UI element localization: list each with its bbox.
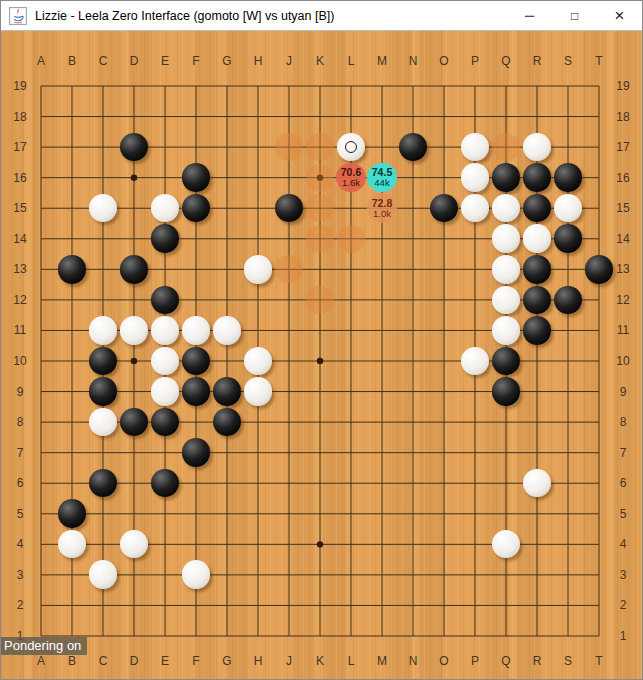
intersection-T14[interactable] xyxy=(584,223,615,254)
intersection-G17[interactable] xyxy=(212,132,243,163)
intersection-L11[interactable] xyxy=(336,315,367,346)
intersection-C14[interactable] xyxy=(88,223,119,254)
intersection-J10[interactable] xyxy=(274,346,305,377)
intersection-L18[interactable] xyxy=(336,101,367,132)
intersection-B4[interactable] xyxy=(57,529,88,560)
intersection-E6[interactable] xyxy=(150,468,181,499)
intersection-M13[interactable] xyxy=(367,254,398,285)
intersection-D12[interactable] xyxy=(119,285,150,316)
intersection-B19[interactable] xyxy=(57,71,88,102)
intersection-S10[interactable] xyxy=(553,346,584,377)
intersection-Q4[interactable] xyxy=(491,529,522,560)
intersection-D14[interactable] xyxy=(119,223,150,254)
intersection-K19[interactable] xyxy=(305,71,336,102)
intersection-R2[interactable] xyxy=(522,590,553,621)
intersection-A12[interactable] xyxy=(26,285,57,316)
intersection-A7[interactable] xyxy=(26,437,57,468)
intersection-F16[interactable] xyxy=(181,162,212,193)
intersection-J4[interactable] xyxy=(274,529,305,560)
intersection-K10[interactable] xyxy=(305,346,336,377)
close-button[interactable]: × xyxy=(597,1,642,30)
intersection-B15[interactable] xyxy=(57,193,88,224)
intersection-O12[interactable] xyxy=(429,285,460,316)
intersection-K14[interactable] xyxy=(305,223,336,254)
intersection-E19[interactable] xyxy=(150,71,181,102)
intersection-H13[interactable] xyxy=(243,254,274,285)
intersection-K11[interactable] xyxy=(305,315,336,346)
intersection-D7[interactable] xyxy=(119,437,150,468)
intersection-R10[interactable] xyxy=(522,346,553,377)
intersection-J14[interactable] xyxy=(274,223,305,254)
intersection-P2[interactable] xyxy=(460,590,491,621)
intersection-C19[interactable] xyxy=(88,71,119,102)
intersection-S9[interactable] xyxy=(553,376,584,407)
intersection-H1[interactable] xyxy=(243,621,274,652)
intersection-C6[interactable] xyxy=(88,468,119,499)
intersection-P11[interactable] xyxy=(460,315,491,346)
intersection-E7[interactable] xyxy=(150,437,181,468)
intersection-O8[interactable] xyxy=(429,407,460,438)
intersection-R17[interactable] xyxy=(522,132,553,163)
intersection-K15[interactable] xyxy=(305,193,336,224)
intersection-C15[interactable] xyxy=(88,193,119,224)
intersection-D1[interactable] xyxy=(119,621,150,652)
intersection-A15[interactable] xyxy=(26,193,57,224)
intersection-K2[interactable] xyxy=(305,590,336,621)
intersection-O5[interactable] xyxy=(429,498,460,529)
intersection-M14[interactable] xyxy=(367,223,398,254)
intersection-N14[interactable] xyxy=(398,223,429,254)
intersection-A8[interactable] xyxy=(26,407,57,438)
intersection-B11[interactable] xyxy=(57,315,88,346)
candidate-move-M15[interactable]: 72.81.0k xyxy=(367,193,397,223)
intersection-N5[interactable] xyxy=(398,498,429,529)
intersection-A4[interactable] xyxy=(26,529,57,560)
intersection-R6[interactable] xyxy=(522,468,553,499)
intersection-J5[interactable] xyxy=(274,498,305,529)
intersection-H10[interactable] xyxy=(243,346,274,377)
intersection-D18[interactable] xyxy=(119,101,150,132)
intersection-P1[interactable] xyxy=(460,621,491,652)
intersection-N17[interactable] xyxy=(398,132,429,163)
intersection-Q7[interactable] xyxy=(491,437,522,468)
intersection-E14[interactable] xyxy=(150,223,181,254)
intersection-T16[interactable] xyxy=(584,162,615,193)
intersection-K7[interactable] xyxy=(305,437,336,468)
intersection-R3[interactable] xyxy=(522,559,553,590)
intersection-R4[interactable] xyxy=(522,529,553,560)
intersection-C16[interactable] xyxy=(88,162,119,193)
intersection-O18[interactable] xyxy=(429,101,460,132)
intersection-D19[interactable] xyxy=(119,71,150,102)
intersection-F13[interactable] xyxy=(181,254,212,285)
intersection-T4[interactable] xyxy=(584,529,615,560)
intersection-J7[interactable] xyxy=(274,437,305,468)
intersection-D3[interactable] xyxy=(119,559,150,590)
intersection-D4[interactable] xyxy=(119,529,150,560)
intersection-L17[interactable] xyxy=(336,132,367,163)
intersection-F1[interactable] xyxy=(181,621,212,652)
intersection-L10[interactable] xyxy=(336,346,367,377)
intersection-L4[interactable] xyxy=(336,529,367,560)
intersection-M17[interactable] xyxy=(367,132,398,163)
intersection-G5[interactable] xyxy=(212,498,243,529)
intersection-G14[interactable] xyxy=(212,223,243,254)
intersection-H7[interactable] xyxy=(243,437,274,468)
intersection-E3[interactable] xyxy=(150,559,181,590)
intersection-O2[interactable] xyxy=(429,590,460,621)
intersection-K18[interactable] xyxy=(305,101,336,132)
intersection-E5[interactable] xyxy=(150,498,181,529)
intersection-A18[interactable] xyxy=(26,101,57,132)
intersection-E11[interactable] xyxy=(150,315,181,346)
intersection-Q2[interactable] xyxy=(491,590,522,621)
intersection-F3[interactable] xyxy=(181,559,212,590)
intersection-Q16[interactable] xyxy=(491,162,522,193)
intersection-J15[interactable] xyxy=(274,193,305,224)
intersection-P18[interactable] xyxy=(460,101,491,132)
intersection-T18[interactable] xyxy=(584,101,615,132)
intersection-B3[interactable] xyxy=(57,559,88,590)
intersection-S12[interactable] xyxy=(553,285,584,316)
intersection-L1[interactable] xyxy=(336,621,367,652)
intersection-R1[interactable] xyxy=(522,621,553,652)
intersection-S19[interactable] xyxy=(553,71,584,102)
intersection-G1[interactable] xyxy=(212,621,243,652)
intersection-Q14[interactable] xyxy=(491,223,522,254)
intersection-T7[interactable] xyxy=(584,437,615,468)
intersection-R13[interactable] xyxy=(522,254,553,285)
intersection-L13[interactable] xyxy=(336,254,367,285)
intersection-D13[interactable] xyxy=(119,254,150,285)
intersection-M10[interactable] xyxy=(367,346,398,377)
intersection-Q9[interactable] xyxy=(491,376,522,407)
intersection-H18[interactable] xyxy=(243,101,274,132)
intersection-C10[interactable] xyxy=(88,346,119,377)
intersection-S18[interactable] xyxy=(553,101,584,132)
intersection-A5[interactable] xyxy=(26,498,57,529)
intersection-P19[interactable] xyxy=(460,71,491,102)
intersection-J17[interactable] xyxy=(274,132,305,163)
intersection-S1[interactable] xyxy=(553,621,584,652)
intersection-S7[interactable] xyxy=(553,437,584,468)
intersection-O7[interactable] xyxy=(429,437,460,468)
intersection-N9[interactable] xyxy=(398,376,429,407)
intersection-A3[interactable] xyxy=(26,559,57,590)
intersection-N7[interactable] xyxy=(398,437,429,468)
intersection-P10[interactable] xyxy=(460,346,491,377)
intersection-P17[interactable] xyxy=(460,132,491,163)
intersection-G11[interactable] xyxy=(212,315,243,346)
intersection-M8[interactable] xyxy=(367,407,398,438)
intersection-F2[interactable] xyxy=(181,590,212,621)
intersection-M9[interactable] xyxy=(367,376,398,407)
intersection-K16[interactable] xyxy=(305,162,336,193)
intersection-D16[interactable] xyxy=(119,162,150,193)
intersection-T12[interactable] xyxy=(584,285,615,316)
intersection-T6[interactable] xyxy=(584,468,615,499)
intersection-K8[interactable] xyxy=(305,407,336,438)
intersection-L8[interactable] xyxy=(336,407,367,438)
intersection-O1[interactable] xyxy=(429,621,460,652)
intersection-G6[interactable] xyxy=(212,468,243,499)
intersection-J8[interactable] xyxy=(274,407,305,438)
intersection-G15[interactable] xyxy=(212,193,243,224)
intersection-G10[interactable] xyxy=(212,346,243,377)
intersection-A17[interactable] xyxy=(26,132,57,163)
intersection-T9[interactable] xyxy=(584,376,615,407)
intersection-M4[interactable] xyxy=(367,529,398,560)
intersection-D2[interactable] xyxy=(119,590,150,621)
intersection-D5[interactable] xyxy=(119,498,150,529)
intersection-T19[interactable] xyxy=(584,71,615,102)
intersection-M15[interactable]: 72.81.0k xyxy=(367,193,398,224)
intersection-O6[interactable] xyxy=(429,468,460,499)
intersection-E17[interactable] xyxy=(150,132,181,163)
intersection-J3[interactable] xyxy=(274,559,305,590)
intersection-Q10[interactable] xyxy=(491,346,522,377)
intersection-N15[interactable] xyxy=(398,193,429,224)
intersection-D9[interactable] xyxy=(119,376,150,407)
intersection-M12[interactable] xyxy=(367,285,398,316)
intersection-P8[interactable] xyxy=(460,407,491,438)
intersection-P9[interactable] xyxy=(460,376,491,407)
intersection-B2[interactable] xyxy=(57,590,88,621)
intersection-L14[interactable] xyxy=(336,223,367,254)
intersection-C13[interactable] xyxy=(88,254,119,285)
intersection-J11[interactable] xyxy=(274,315,305,346)
intersection-S5[interactable] xyxy=(553,498,584,529)
intersection-N16[interactable] xyxy=(398,162,429,193)
intersection-L6[interactable] xyxy=(336,468,367,499)
intersection-R9[interactable] xyxy=(522,376,553,407)
intersection-D11[interactable] xyxy=(119,315,150,346)
intersection-Q6[interactable] xyxy=(491,468,522,499)
intersection-T17[interactable] xyxy=(584,132,615,163)
intersection-F4[interactable] xyxy=(181,529,212,560)
intersection-A9[interactable] xyxy=(26,376,57,407)
intersection-B13[interactable] xyxy=(57,254,88,285)
intersection-S16[interactable] xyxy=(553,162,584,193)
intersection-F18[interactable] xyxy=(181,101,212,132)
intersection-L5[interactable] xyxy=(336,498,367,529)
intersection-S6[interactable] xyxy=(553,468,584,499)
intersection-P3[interactable] xyxy=(460,559,491,590)
intersection-K13[interactable] xyxy=(305,254,336,285)
intersection-K17[interactable] xyxy=(305,132,336,163)
intersection-F8[interactable] xyxy=(181,407,212,438)
intersection-N13[interactable] xyxy=(398,254,429,285)
intersection-S2[interactable] xyxy=(553,590,584,621)
intersection-Q3[interactable] xyxy=(491,559,522,590)
intersection-T13[interactable] xyxy=(584,254,615,285)
intersection-C3[interactable] xyxy=(88,559,119,590)
intersection-H4[interactable] xyxy=(243,529,274,560)
intersection-R11[interactable] xyxy=(522,315,553,346)
intersection-F15[interactable] xyxy=(181,193,212,224)
intersection-D10[interactable] xyxy=(119,346,150,377)
intersection-D17[interactable] xyxy=(119,132,150,163)
intersection-M19[interactable] xyxy=(367,71,398,102)
intersection-B9[interactable] xyxy=(57,376,88,407)
intersection-C17[interactable] xyxy=(88,132,119,163)
intersection-Q13[interactable] xyxy=(491,254,522,285)
intersection-F5[interactable] xyxy=(181,498,212,529)
intersection-A11[interactable] xyxy=(26,315,57,346)
intersection-J12[interactable] xyxy=(274,285,305,316)
intersection-Q5[interactable] xyxy=(491,498,522,529)
intersection-C4[interactable] xyxy=(88,529,119,560)
intersection-E1[interactable] xyxy=(150,621,181,652)
intersection-P6[interactable] xyxy=(460,468,491,499)
intersection-B10[interactable] xyxy=(57,346,88,377)
intersection-H2[interactable] xyxy=(243,590,274,621)
intersection-A2[interactable] xyxy=(26,590,57,621)
intersection-H15[interactable] xyxy=(243,193,274,224)
intersection-S3[interactable] xyxy=(553,559,584,590)
intersection-K9[interactable] xyxy=(305,376,336,407)
intersection-L3[interactable] xyxy=(336,559,367,590)
intersection-L2[interactable] xyxy=(336,590,367,621)
intersection-O14[interactable] xyxy=(429,223,460,254)
intersection-C11[interactable] xyxy=(88,315,119,346)
intersection-N19[interactable] xyxy=(398,71,429,102)
intersection-T11[interactable] xyxy=(584,315,615,346)
intersection-G12[interactable] xyxy=(212,285,243,316)
intersection-Q11[interactable] xyxy=(491,315,522,346)
intersection-K12[interactable] xyxy=(305,285,336,316)
intersection-E8[interactable] xyxy=(150,407,181,438)
intersection-S4[interactable] xyxy=(553,529,584,560)
intersection-M18[interactable] xyxy=(367,101,398,132)
intersection-O16[interactable] xyxy=(429,162,460,193)
intersection-N6[interactable] xyxy=(398,468,429,499)
intersection-M5[interactable] xyxy=(367,498,398,529)
intersection-M16[interactable]: 74.544k xyxy=(367,162,398,193)
intersection-N1[interactable] xyxy=(398,621,429,652)
intersection-T15[interactable] xyxy=(584,193,615,224)
intersection-Q8[interactable] xyxy=(491,407,522,438)
intersection-N3[interactable] xyxy=(398,559,429,590)
intersection-R7[interactable] xyxy=(522,437,553,468)
intersection-O10[interactable] xyxy=(429,346,460,377)
intersection-B12[interactable] xyxy=(57,285,88,316)
intersection-B7[interactable] xyxy=(57,437,88,468)
intersection-C18[interactable] xyxy=(88,101,119,132)
intersection-D8[interactable] xyxy=(119,407,150,438)
intersection-B8[interactable] xyxy=(57,407,88,438)
intersection-N11[interactable] xyxy=(398,315,429,346)
intersection-J19[interactable] xyxy=(274,71,305,102)
intersection-P14[interactable] xyxy=(460,223,491,254)
intersection-A14[interactable] xyxy=(26,223,57,254)
intersection-G7[interactable] xyxy=(212,437,243,468)
minimize-button[interactable]: ─ xyxy=(507,1,552,30)
intersection-E13[interactable] xyxy=(150,254,181,285)
intersection-H8[interactable] xyxy=(243,407,274,438)
intersection-E12[interactable] xyxy=(150,285,181,316)
intersection-H5[interactable] xyxy=(243,498,274,529)
intersection-E16[interactable] xyxy=(150,162,181,193)
intersection-H19[interactable] xyxy=(243,71,274,102)
intersection-A10[interactable] xyxy=(26,346,57,377)
intersection-S17[interactable] xyxy=(553,132,584,163)
intersection-G2[interactable] xyxy=(212,590,243,621)
intersection-B14[interactable] xyxy=(57,223,88,254)
intersection-L19[interactable] xyxy=(336,71,367,102)
intersection-G9[interactable] xyxy=(212,376,243,407)
intersection-L7[interactable] xyxy=(336,437,367,468)
intersection-S13[interactable] xyxy=(553,254,584,285)
intersection-E18[interactable] xyxy=(150,101,181,132)
intersection-J6[interactable] xyxy=(274,468,305,499)
intersection-F14[interactable] xyxy=(181,223,212,254)
intersection-G3[interactable] xyxy=(212,559,243,590)
intersection-R19[interactable] xyxy=(522,71,553,102)
intersection-J9[interactable] xyxy=(274,376,305,407)
intersection-Q18[interactable] xyxy=(491,101,522,132)
intersection-M3[interactable] xyxy=(367,559,398,590)
intersection-G19[interactable] xyxy=(212,71,243,102)
candidate-move-L16[interactable]: 70.61.6k xyxy=(336,163,366,193)
intersection-Q19[interactable] xyxy=(491,71,522,102)
intersection-D15[interactable] xyxy=(119,193,150,224)
intersection-R14[interactable] xyxy=(522,223,553,254)
intersection-Q15[interactable] xyxy=(491,193,522,224)
intersection-H9[interactable] xyxy=(243,376,274,407)
intersection-F10[interactable] xyxy=(181,346,212,377)
intersection-J18[interactable] xyxy=(274,101,305,132)
intersection-F11[interactable] xyxy=(181,315,212,346)
intersection-N2[interactable] xyxy=(398,590,429,621)
intersection-K5[interactable] xyxy=(305,498,336,529)
intersection-B17[interactable] xyxy=(57,132,88,163)
intersection-R18[interactable] xyxy=(522,101,553,132)
intersection-A6[interactable] xyxy=(26,468,57,499)
intersection-T2[interactable] xyxy=(584,590,615,621)
intersection-J13[interactable] xyxy=(274,254,305,285)
intersection-G13[interactable] xyxy=(212,254,243,285)
intersection-O3[interactable] xyxy=(429,559,460,590)
intersection-S15[interactable] xyxy=(553,193,584,224)
intersection-M7[interactable] xyxy=(367,437,398,468)
intersection-C1[interactable] xyxy=(88,621,119,652)
intersection-F19[interactable] xyxy=(181,71,212,102)
intersection-T1[interactable] xyxy=(584,621,615,652)
intersection-B5[interactable] xyxy=(57,498,88,529)
intersection-E9[interactable] xyxy=(150,376,181,407)
intersection-P4[interactable] xyxy=(460,529,491,560)
intersection-E2[interactable] xyxy=(150,590,181,621)
intersection-O19[interactable] xyxy=(429,71,460,102)
intersection-B16[interactable] xyxy=(57,162,88,193)
intersection-F6[interactable] xyxy=(181,468,212,499)
intersection-R15[interactable] xyxy=(522,193,553,224)
maximize-button[interactable]: □ xyxy=(552,1,597,30)
intersection-Q1[interactable] xyxy=(491,621,522,652)
intersection-C7[interactable] xyxy=(88,437,119,468)
intersection-D6[interactable] xyxy=(119,468,150,499)
intersection-G16[interactable] xyxy=(212,162,243,193)
intersection-N18[interactable] xyxy=(398,101,429,132)
intersection-G4[interactable] xyxy=(212,529,243,560)
intersection-L9[interactable] xyxy=(336,376,367,407)
intersection-F12[interactable] xyxy=(181,285,212,316)
intersection-O15[interactable] xyxy=(429,193,460,224)
intersection-S11[interactable] xyxy=(553,315,584,346)
intersection-P5[interactable] xyxy=(460,498,491,529)
intersection-R12[interactable] xyxy=(522,285,553,316)
